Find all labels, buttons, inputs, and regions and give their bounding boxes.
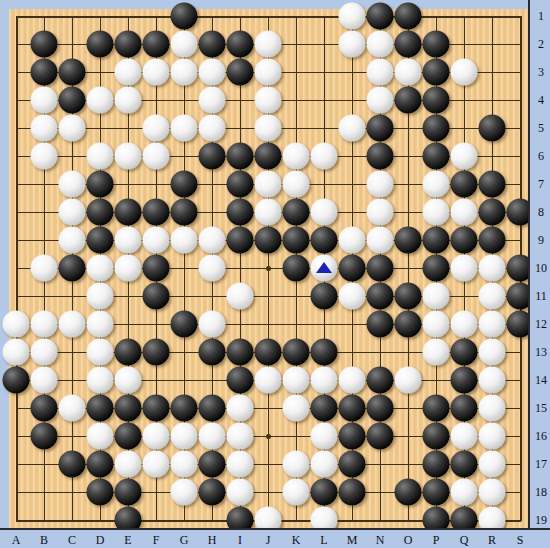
column-label: E bbox=[124, 534, 131, 546]
row-label: 14 bbox=[535, 374, 547, 386]
star-point bbox=[266, 266, 271, 271]
black-stone[interactable] bbox=[227, 58, 254, 85]
row-label: 18 bbox=[535, 486, 547, 498]
black-stone[interactable] bbox=[423, 478, 450, 505]
white-stone[interactable] bbox=[199, 310, 226, 337]
row-label: 8 bbox=[538, 206, 544, 218]
black-stone[interactable] bbox=[423, 58, 450, 85]
black-stone[interactable] bbox=[423, 226, 450, 253]
white-stone[interactable] bbox=[283, 366, 310, 393]
black-stone[interactable] bbox=[367, 282, 394, 309]
black-stone[interactable] bbox=[143, 394, 170, 421]
left-margin-strip bbox=[0, 0, 9, 548]
row-coordinate-strip: 12345678910111213141516171819 bbox=[528, 0, 550, 548]
white-stone[interactable] bbox=[171, 422, 198, 449]
white-stone[interactable] bbox=[31, 366, 58, 393]
row-label: 15 bbox=[535, 402, 547, 414]
white-stone[interactable] bbox=[255, 86, 282, 113]
black-stone[interactable] bbox=[367, 2, 394, 29]
white-stone[interactable] bbox=[199, 254, 226, 281]
white-stone[interactable] bbox=[143, 226, 170, 253]
white-stone[interactable] bbox=[31, 142, 58, 169]
black-stone[interactable] bbox=[171, 2, 198, 29]
column-label: S bbox=[517, 534, 524, 546]
white-stone[interactable] bbox=[227, 478, 254, 505]
black-stone[interactable] bbox=[255, 226, 282, 253]
black-stone[interactable] bbox=[87, 226, 114, 253]
black-stone[interactable] bbox=[311, 478, 338, 505]
white-stone[interactable] bbox=[171, 30, 198, 57]
black-stone[interactable] bbox=[311, 394, 338, 421]
white-stone[interactable] bbox=[59, 170, 86, 197]
row-label: 19 bbox=[535, 514, 547, 526]
black-stone[interactable] bbox=[227, 30, 254, 57]
white-stone[interactable] bbox=[339, 226, 366, 253]
white-stone[interactable] bbox=[479, 366, 506, 393]
black-stone[interactable] bbox=[283, 254, 310, 281]
white-stone[interactable] bbox=[227, 422, 254, 449]
white-stone[interactable] bbox=[255, 366, 282, 393]
black-stone[interactable] bbox=[227, 366, 254, 393]
black-stone[interactable] bbox=[479, 170, 506, 197]
black-stone[interactable] bbox=[367, 254, 394, 281]
black-stone[interactable] bbox=[423, 86, 450, 113]
white-stone[interactable] bbox=[115, 58, 142, 85]
black-stone[interactable] bbox=[171, 310, 198, 337]
white-stone[interactable] bbox=[199, 114, 226, 141]
black-stone[interactable] bbox=[199, 338, 226, 365]
column-label: A bbox=[12, 534, 21, 546]
column-coordinate-strip: ABCDEFGHIJKLMNOPQRS bbox=[0, 528, 550, 548]
white-stone[interactable] bbox=[479, 338, 506, 365]
white-stone[interactable] bbox=[171, 478, 198, 505]
white-stone[interactable] bbox=[87, 282, 114, 309]
white-stone[interactable] bbox=[255, 114, 282, 141]
black-stone[interactable] bbox=[367, 366, 394, 393]
white-stone[interactable] bbox=[227, 282, 254, 309]
row-label: 2 bbox=[538, 38, 544, 50]
black-stone[interactable] bbox=[87, 394, 114, 421]
black-stone[interactable] bbox=[87, 170, 114, 197]
white-stone[interactable] bbox=[479, 254, 506, 281]
white-stone[interactable] bbox=[311, 366, 338, 393]
black-stone[interactable] bbox=[479, 114, 506, 141]
black-stone[interactable] bbox=[395, 30, 422, 57]
column-label: G bbox=[180, 534, 189, 546]
black-stone[interactable] bbox=[199, 478, 226, 505]
white-stone[interactable] bbox=[87, 366, 114, 393]
column-label: N bbox=[376, 534, 385, 546]
row-label: 5 bbox=[538, 122, 544, 134]
star-point bbox=[266, 434, 271, 439]
white-stone[interactable] bbox=[171, 58, 198, 85]
white-stone[interactable] bbox=[143, 422, 170, 449]
column-label: K bbox=[292, 534, 301, 546]
black-stone[interactable] bbox=[283, 198, 310, 225]
white-stone[interactable] bbox=[3, 338, 30, 365]
column-label: F bbox=[153, 534, 160, 546]
row-label: 7 bbox=[538, 178, 544, 190]
black-stone[interactable] bbox=[311, 226, 338, 253]
white-stone[interactable] bbox=[451, 254, 478, 281]
black-stone[interactable] bbox=[451, 450, 478, 477]
black-stone[interactable] bbox=[143, 254, 170, 281]
white-stone[interactable] bbox=[115, 450, 142, 477]
white-stone[interactable] bbox=[451, 58, 478, 85]
white-stone[interactable] bbox=[479, 450, 506, 477]
black-stone[interactable] bbox=[395, 2, 422, 29]
black-stone[interactable] bbox=[87, 198, 114, 225]
black-stone[interactable] bbox=[115, 394, 142, 421]
white-stone[interactable] bbox=[59, 114, 86, 141]
white-stone[interactable] bbox=[395, 366, 422, 393]
black-stone[interactable] bbox=[423, 422, 450, 449]
black-stone[interactable] bbox=[423, 254, 450, 281]
white-stone[interactable] bbox=[199, 58, 226, 85]
white-stone[interactable] bbox=[283, 478, 310, 505]
black-stone[interactable] bbox=[283, 338, 310, 365]
white-stone[interactable] bbox=[199, 226, 226, 253]
black-stone[interactable] bbox=[115, 30, 142, 57]
white-stone[interactable] bbox=[31, 86, 58, 113]
black-stone[interactable] bbox=[367, 394, 394, 421]
black-stone[interactable] bbox=[311, 338, 338, 365]
white-stone[interactable] bbox=[143, 142, 170, 169]
white-stone[interactable] bbox=[479, 478, 506, 505]
white-stone[interactable] bbox=[367, 226, 394, 253]
row-label: 1 bbox=[538, 10, 544, 22]
black-stone[interactable] bbox=[367, 114, 394, 141]
black-stone[interactable] bbox=[227, 198, 254, 225]
row-label: 17 bbox=[535, 458, 547, 470]
white-stone[interactable] bbox=[479, 310, 506, 337]
black-stone[interactable] bbox=[367, 142, 394, 169]
row-label: 11 bbox=[535, 290, 547, 302]
black-stone[interactable] bbox=[59, 254, 86, 281]
black-stone[interactable] bbox=[339, 478, 366, 505]
white-stone[interactable] bbox=[115, 226, 142, 253]
row-label: 4 bbox=[538, 94, 544, 106]
black-stone[interactable] bbox=[479, 198, 506, 225]
black-stone[interactable] bbox=[171, 394, 198, 421]
black-stone[interactable] bbox=[171, 198, 198, 225]
black-stone[interactable] bbox=[451, 394, 478, 421]
black-stone[interactable] bbox=[423, 142, 450, 169]
black-stone[interactable] bbox=[339, 450, 366, 477]
white-stone[interactable] bbox=[423, 282, 450, 309]
black-stone[interactable] bbox=[87, 478, 114, 505]
white-stone[interactable] bbox=[451, 422, 478, 449]
black-stone[interactable] bbox=[395, 226, 422, 253]
black-stone[interactable] bbox=[115, 422, 142, 449]
white-stone[interactable] bbox=[31, 114, 58, 141]
white-stone[interactable] bbox=[339, 30, 366, 57]
white-stone[interactable] bbox=[87, 142, 114, 169]
white-stone[interactable] bbox=[255, 170, 282, 197]
column-label: J bbox=[266, 534, 271, 546]
row-label: 9 bbox=[538, 234, 544, 246]
white-stone[interactable] bbox=[227, 450, 254, 477]
white-stone[interactable] bbox=[451, 310, 478, 337]
white-stone[interactable] bbox=[87, 422, 114, 449]
black-stone[interactable] bbox=[423, 30, 450, 57]
black-stone[interactable] bbox=[31, 58, 58, 85]
white-stone[interactable] bbox=[451, 198, 478, 225]
column-label: C bbox=[68, 534, 76, 546]
black-stone[interactable] bbox=[31, 394, 58, 421]
black-stone[interactable] bbox=[227, 338, 254, 365]
white-stone[interactable] bbox=[423, 310, 450, 337]
column-label: O bbox=[404, 534, 413, 546]
white-stone[interactable] bbox=[423, 338, 450, 365]
black-stone[interactable] bbox=[143, 198, 170, 225]
white-stone[interactable] bbox=[283, 170, 310, 197]
black-stone[interactable] bbox=[59, 450, 86, 477]
white-stone[interactable] bbox=[115, 254, 142, 281]
white-stone[interactable] bbox=[87, 254, 114, 281]
white-stone[interactable] bbox=[171, 226, 198, 253]
white-stone[interactable] bbox=[451, 142, 478, 169]
row-label: 10 bbox=[535, 262, 547, 274]
black-stone[interactable] bbox=[395, 310, 422, 337]
grid-line-vertical bbox=[16, 16, 18, 521]
black-stone[interactable] bbox=[115, 198, 142, 225]
white-stone[interactable] bbox=[59, 394, 86, 421]
white-stone[interactable] bbox=[59, 226, 86, 253]
white-stone[interactable] bbox=[283, 394, 310, 421]
column-label: B bbox=[40, 534, 48, 546]
black-stone[interactable] bbox=[451, 226, 478, 253]
white-stone[interactable] bbox=[87, 338, 114, 365]
black-stone[interactable] bbox=[143, 338, 170, 365]
black-stone[interactable] bbox=[255, 142, 282, 169]
row-label: 3 bbox=[538, 66, 544, 78]
row-label: 6 bbox=[538, 150, 544, 162]
white-stone[interactable] bbox=[87, 86, 114, 113]
white-stone[interactable] bbox=[367, 58, 394, 85]
white-stone[interactable] bbox=[3, 310, 30, 337]
black-stone[interactable] bbox=[255, 338, 282, 365]
white-stone[interactable] bbox=[367, 86, 394, 113]
go-board[interactable] bbox=[9, 9, 528, 528]
white-stone[interactable] bbox=[199, 86, 226, 113]
last-move-triangle-marker bbox=[316, 262, 332, 273]
column-label: L bbox=[320, 534, 327, 546]
black-stone[interactable] bbox=[227, 170, 254, 197]
white-stone[interactable] bbox=[283, 450, 310, 477]
white-stone[interactable] bbox=[367, 198, 394, 225]
white-stone[interactable] bbox=[255, 198, 282, 225]
white-stone[interactable] bbox=[479, 282, 506, 309]
white-stone[interactable] bbox=[171, 450, 198, 477]
black-stone[interactable] bbox=[479, 226, 506, 253]
white-stone[interactable] bbox=[143, 114, 170, 141]
black-stone[interactable] bbox=[283, 226, 310, 253]
white-stone[interactable] bbox=[339, 2, 366, 29]
black-stone[interactable] bbox=[339, 254, 366, 281]
black-stone[interactable] bbox=[367, 422, 394, 449]
black-stone[interactable] bbox=[423, 114, 450, 141]
white-stone[interactable] bbox=[255, 30, 282, 57]
row-label: 12 bbox=[535, 318, 547, 330]
row-label: 13 bbox=[535, 346, 547, 358]
white-stone[interactable] bbox=[479, 394, 506, 421]
black-stone[interactable] bbox=[171, 170, 198, 197]
black-stone[interactable] bbox=[367, 310, 394, 337]
white-stone[interactable] bbox=[451, 478, 478, 505]
white-stone[interactable] bbox=[395, 58, 422, 85]
top-margin-strip bbox=[0, 0, 550, 9]
white-stone[interactable] bbox=[367, 170, 394, 197]
black-stone[interactable] bbox=[395, 86, 422, 113]
black-stone[interactable] bbox=[31, 30, 58, 57]
black-stone[interactable] bbox=[451, 170, 478, 197]
black-stone[interactable] bbox=[143, 282, 170, 309]
white-stone[interactable] bbox=[143, 450, 170, 477]
white-stone[interactable] bbox=[115, 142, 142, 169]
black-stone[interactable] bbox=[59, 58, 86, 85]
black-stone[interactable] bbox=[339, 422, 366, 449]
column-label: R bbox=[488, 534, 496, 546]
black-stone[interactable] bbox=[199, 450, 226, 477]
black-stone[interactable] bbox=[451, 366, 478, 393]
black-stone[interactable] bbox=[3, 366, 30, 393]
black-stone[interactable] bbox=[87, 30, 114, 57]
black-stone[interactable] bbox=[423, 450, 450, 477]
white-stone[interactable] bbox=[143, 58, 170, 85]
white-stone[interactable] bbox=[423, 170, 450, 197]
black-stone[interactable] bbox=[395, 282, 422, 309]
white-stone[interactable] bbox=[311, 422, 338, 449]
white-stone[interactable] bbox=[339, 114, 366, 141]
black-stone[interactable] bbox=[227, 226, 254, 253]
white-stone[interactable] bbox=[115, 86, 142, 113]
white-stone[interactable] bbox=[311, 450, 338, 477]
black-stone[interactable] bbox=[423, 394, 450, 421]
black-stone[interactable] bbox=[451, 338, 478, 365]
column-label: D bbox=[96, 534, 105, 546]
black-stone[interactable] bbox=[311, 282, 338, 309]
black-stone[interactable] bbox=[395, 478, 422, 505]
white-stone[interactable] bbox=[255, 58, 282, 85]
column-label: M bbox=[347, 534, 358, 546]
black-stone[interactable] bbox=[31, 422, 58, 449]
white-stone[interactable] bbox=[59, 198, 86, 225]
white-stone[interactable] bbox=[31, 310, 58, 337]
black-stone[interactable] bbox=[199, 30, 226, 57]
white-stone[interactable] bbox=[423, 198, 450, 225]
black-stone[interactable] bbox=[339, 394, 366, 421]
black-stone[interactable] bbox=[199, 394, 226, 421]
white-stone[interactable] bbox=[227, 394, 254, 421]
white-stone[interactable] bbox=[339, 282, 366, 309]
white-stone[interactable] bbox=[115, 366, 142, 393]
black-stone[interactable] bbox=[199, 142, 226, 169]
row-label: 16 bbox=[535, 430, 547, 442]
black-stone[interactable] bbox=[143, 30, 170, 57]
black-stone[interactable] bbox=[59, 86, 86, 113]
white-stone[interactable] bbox=[59, 310, 86, 337]
white-stone[interactable] bbox=[87, 310, 114, 337]
column-label: Q bbox=[460, 534, 469, 546]
white-stone[interactable] bbox=[311, 198, 338, 225]
black-stone[interactable] bbox=[227, 142, 254, 169]
white-stone[interactable] bbox=[171, 114, 198, 141]
white-stone[interactable] bbox=[339, 366, 366, 393]
black-stone[interactable] bbox=[115, 478, 142, 505]
white-stone[interactable] bbox=[31, 254, 58, 281]
column-label: H bbox=[208, 534, 217, 546]
black-stone[interactable] bbox=[87, 450, 114, 477]
white-stone[interactable] bbox=[31, 338, 58, 365]
white-stone[interactable] bbox=[283, 142, 310, 169]
column-label: P bbox=[433, 534, 440, 546]
white-stone[interactable] bbox=[479, 422, 506, 449]
white-stone[interactable] bbox=[199, 422, 226, 449]
black-stone[interactable] bbox=[115, 338, 142, 365]
column-label: I bbox=[238, 534, 242, 546]
white-stone[interactable] bbox=[311, 142, 338, 169]
white-stone[interactable] bbox=[367, 30, 394, 57]
